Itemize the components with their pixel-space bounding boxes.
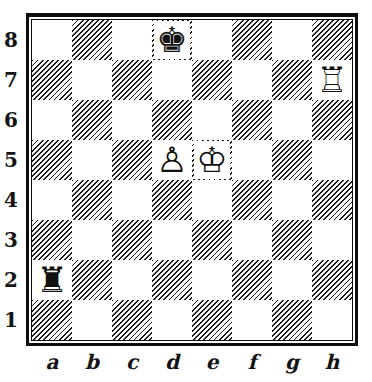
square-f8[interactable] [232, 20, 272, 60]
square-c8[interactable] [112, 20, 152, 60]
square-g8[interactable] [272, 20, 312, 60]
square-a1[interactable] [32, 300, 72, 340]
square-f1[interactable] [232, 300, 272, 340]
white-rook-h7[interactable]: ♖ [314, 61, 350, 99]
square-d7[interactable] [152, 60, 192, 100]
rank-label-7: 7 [0, 70, 22, 90]
file-label-f: f [232, 352, 272, 372]
square-h8[interactable] [312, 20, 352, 60]
square-b8[interactable] [72, 20, 112, 60]
square-a6[interactable] [32, 100, 72, 140]
square-d6[interactable] [152, 100, 192, 140]
square-g2[interactable] [272, 260, 312, 300]
square-b1[interactable] [72, 300, 112, 340]
rank-label-8: 8 [0, 30, 22, 50]
chess-board: ♚♖♙♔♜ [31, 19, 353, 341]
square-h6[interactable] [312, 100, 352, 140]
rank-label-5: 5 [0, 150, 22, 170]
square-c5[interactable] [112, 140, 152, 180]
square-f5[interactable] [232, 140, 272, 180]
square-h7[interactable]: ♖ [312, 60, 352, 100]
chess-diagram: ♚♖♙♔♜ 87654321 abcdefgh [0, 0, 372, 382]
square-c6[interactable] [112, 100, 152, 140]
square-h5[interactable] [312, 140, 352, 180]
square-b3[interactable] [72, 220, 112, 260]
square-g6[interactable] [272, 100, 312, 140]
square-d1[interactable] [152, 300, 192, 340]
square-f6[interactable] [232, 100, 272, 140]
file-label-a: a [32, 352, 72, 372]
square-e3[interactable] [192, 220, 232, 260]
square-h1[interactable] [312, 300, 352, 340]
board-frame: ♚♖♙♔♜ [26, 14, 358, 346]
square-b7[interactable] [72, 60, 112, 100]
file-label-g: g [272, 352, 312, 372]
square-f7[interactable] [232, 60, 272, 100]
square-a8[interactable] [32, 20, 72, 60]
square-c4[interactable] [112, 180, 152, 220]
white-pawn-d5[interactable]: ♙ [154, 141, 190, 179]
square-d3[interactable] [152, 220, 192, 260]
square-d2[interactable] [152, 260, 192, 300]
square-c7[interactable] [112, 60, 152, 100]
square-e7[interactable] [192, 60, 232, 100]
square-h3[interactable] [312, 220, 352, 260]
square-b2[interactable] [72, 260, 112, 300]
rank-label-4: 4 [0, 190, 22, 210]
square-c3[interactable] [112, 220, 152, 260]
square-c1[interactable] [112, 300, 152, 340]
rank-label-2: 2 [0, 270, 22, 290]
square-a3[interactable] [32, 220, 72, 260]
square-b5[interactable] [72, 140, 112, 180]
square-g5[interactable] [272, 140, 312, 180]
file-label-h: h [312, 352, 352, 372]
square-a2[interactable]: ♜ [32, 260, 72, 300]
square-g1[interactable] [272, 300, 312, 340]
square-c2[interactable] [112, 260, 152, 300]
square-e4[interactable] [192, 180, 232, 220]
rank-label-1: 1 [0, 310, 22, 330]
square-e1[interactable] [192, 300, 232, 340]
square-f3[interactable] [232, 220, 272, 260]
square-a7[interactable] [32, 60, 72, 100]
square-g3[interactable] [272, 220, 312, 260]
black-king-d8[interactable]: ♚ [154, 21, 190, 59]
file-label-e: e [192, 352, 232, 372]
file-label-c: c [112, 352, 152, 372]
square-f2[interactable] [232, 260, 272, 300]
file-label-d: d [152, 352, 192, 372]
square-d4[interactable] [152, 180, 192, 220]
black-rook-a2[interactable]: ♜ [34, 261, 70, 299]
square-d5[interactable]: ♙ [152, 140, 192, 180]
square-b6[interactable] [72, 100, 112, 140]
square-g7[interactable] [272, 60, 312, 100]
square-e5[interactable]: ♔ [192, 140, 232, 180]
file-label-b: b [72, 352, 112, 372]
square-e8[interactable] [192, 20, 232, 60]
square-g4[interactable] [272, 180, 312, 220]
rank-label-3: 3 [0, 230, 22, 250]
square-a5[interactable] [32, 140, 72, 180]
square-a4[interactable] [32, 180, 72, 220]
square-e2[interactable] [192, 260, 232, 300]
square-e6[interactable] [192, 100, 232, 140]
square-h4[interactable] [312, 180, 352, 220]
square-h2[interactable] [312, 260, 352, 300]
square-f4[interactable] [232, 180, 272, 220]
square-d8[interactable]: ♚ [152, 20, 192, 60]
rank-label-6: 6 [0, 110, 22, 130]
white-king-e5[interactable]: ♔ [194, 141, 230, 179]
square-b4[interactable] [72, 180, 112, 220]
